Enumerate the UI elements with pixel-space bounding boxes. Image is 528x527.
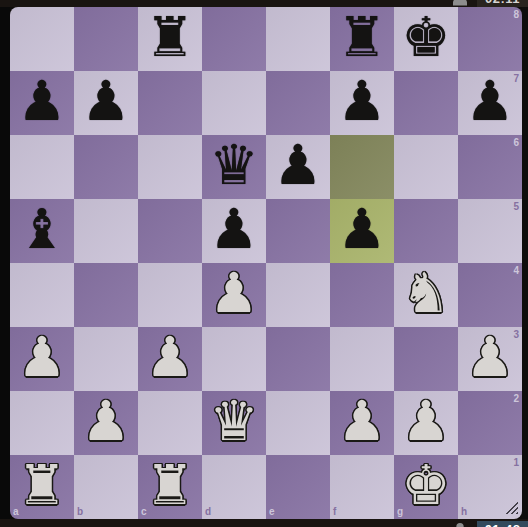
piece-black-pawn[interactable]: ♟ [209, 197, 258, 261]
square-f6[interactable] [330, 135, 394, 199]
rank-label-5: 5 [513, 202, 519, 212]
square-g2[interactable]: ♟ [394, 391, 458, 455]
piece-black-pawn[interactable]: ♟ [465, 69, 514, 133]
square-f4[interactable] [330, 263, 394, 327]
square-g1[interactable]: ♚g [394, 455, 458, 519]
rank-label-7: 7 [513, 74, 519, 84]
file-label-c: c [141, 507, 147, 517]
square-b7[interactable]: ♟ [74, 71, 138, 135]
square-c1[interactable]: ♜c [138, 455, 202, 519]
square-h2[interactable]: 2 [458, 391, 522, 455]
square-d4[interactable]: ♟ [202, 263, 266, 327]
square-a2[interactable] [10, 391, 74, 455]
piece-white-pawn[interactable]: ♟ [401, 389, 450, 453]
square-a7[interactable]: ♟ [10, 71, 74, 135]
chess-board: ♜♜♚8♟♟♟♟7♛♟6♝♟♟5♟♞4♟♟♟3♟♛♟♟2♜ab♜cdef♚g1h [10, 7, 522, 519]
piece-black-pawn[interactable]: ♟ [337, 197, 386, 261]
square-c2[interactable] [138, 391, 202, 455]
piece-black-bishop[interactable]: ♝ [17, 197, 66, 261]
square-b6[interactable] [74, 135, 138, 199]
square-g6[interactable] [394, 135, 458, 199]
square-h6[interactable]: 6 [458, 135, 522, 199]
square-a8[interactable] [10, 7, 74, 71]
square-c6[interactable] [138, 135, 202, 199]
piece-black-rook[interactable]: ♜ [337, 7, 386, 69]
rank-label-2: 2 [513, 394, 519, 404]
piece-white-pawn[interactable]: ♟ [337, 389, 386, 453]
square-c3[interactable]: ♟ [138, 327, 202, 391]
piece-white-rook[interactable]: ♜ [17, 453, 66, 517]
square-e8[interactable] [266, 7, 330, 71]
player-clock: 01:48 [477, 521, 528, 527]
square-d2[interactable]: ♛ [202, 391, 266, 455]
square-a1[interactable]: ♜a [10, 455, 74, 519]
piece-black-rook[interactable]: ♜ [145, 7, 194, 69]
square-g5[interactable] [394, 199, 458, 263]
piece-white-queen[interactable]: ♛ [209, 389, 258, 453]
square-a5[interactable]: ♝ [10, 199, 74, 263]
file-label-b: b [77, 507, 83, 517]
square-g7[interactable] [394, 71, 458, 135]
square-f3[interactable] [330, 327, 394, 391]
square-h4[interactable]: 4 [458, 263, 522, 327]
square-e4[interactable] [266, 263, 330, 327]
piece-white-rook[interactable]: ♜ [145, 453, 194, 517]
rank-label-1: 1 [513, 458, 519, 468]
square-e1[interactable]: e [266, 455, 330, 519]
square-b3[interactable] [74, 327, 138, 391]
square-d1[interactable]: d [202, 455, 266, 519]
file-label-a: a [13, 507, 19, 517]
piece-black-pawn[interactable]: ♟ [273, 133, 322, 197]
piece-white-pawn[interactable]: ♟ [145, 325, 194, 389]
square-f5[interactable]: ♟ [330, 199, 394, 263]
player-bar: 01:48 [0, 519, 528, 527]
right-background-strip [522, 7, 528, 519]
piece-white-pawn[interactable]: ♟ [17, 325, 66, 389]
square-c4[interactable] [138, 263, 202, 327]
square-a6[interactable] [10, 135, 74, 199]
rank-label-6: 6 [513, 138, 519, 148]
rank-label-8: 8 [513, 10, 519, 20]
square-f2[interactable]: ♟ [330, 391, 394, 455]
square-d5[interactable]: ♟ [202, 199, 266, 263]
square-f7[interactable]: ♟ [330, 71, 394, 135]
opponent-bar: 02:11 [0, 0, 528, 7]
piece-black-pawn[interactable]: ♟ [81, 69, 130, 133]
square-g3[interactable] [394, 327, 458, 391]
file-label-g: g [397, 507, 403, 517]
square-e3[interactable] [266, 327, 330, 391]
piece-black-king[interactable]: ♚ [401, 7, 450, 69]
piece-white-pawn[interactable]: ♟ [81, 389, 130, 453]
square-h8[interactable]: 8 [458, 7, 522, 71]
rank-label-4: 4 [513, 266, 519, 276]
square-c5[interactable] [138, 199, 202, 263]
square-b8[interactable] [74, 7, 138, 71]
square-c7[interactable] [138, 71, 202, 135]
file-label-f: f [333, 507, 336, 517]
square-e5[interactable] [266, 199, 330, 263]
square-d3[interactable] [202, 327, 266, 391]
square-h5[interactable]: 5 [458, 199, 522, 263]
piece-white-pawn[interactable]: ♟ [465, 325, 514, 389]
piece-black-pawn[interactable]: ♟ [17, 69, 66, 133]
square-a4[interactable] [10, 263, 74, 327]
square-c8[interactable]: ♜ [138, 7, 202, 71]
square-f8[interactable]: ♜ [330, 7, 394, 71]
player-icon [450, 520, 470, 527]
rank-label-3: 3 [513, 330, 519, 340]
square-e6[interactable]: ♟ [266, 135, 330, 199]
square-d7[interactable] [202, 71, 266, 135]
piece-white-pawn[interactable]: ♟ [209, 261, 258, 325]
square-g8[interactable]: ♚ [394, 7, 458, 71]
square-b1[interactable]: b [74, 455, 138, 519]
opponent-clock: 02:11 [477, 0, 528, 7]
square-h7[interactable]: ♟7 [458, 71, 522, 135]
square-h3[interactable]: ♟3 [458, 327, 522, 391]
square-b4[interactable] [74, 263, 138, 327]
square-a3[interactable]: ♟ [10, 327, 74, 391]
square-d8[interactable] [202, 7, 266, 71]
piece-black-queen[interactable]: ♛ [209, 133, 258, 197]
square-d6[interactable]: ♛ [202, 135, 266, 199]
piece-black-pawn[interactable]: ♟ [337, 69, 386, 133]
left-background-strip [0, 0, 10, 527]
square-f1[interactable]: f [330, 455, 394, 519]
square-g4[interactable]: ♞ [394, 263, 458, 327]
piece-white-king[interactable]: ♚ [401, 453, 450, 517]
file-label-d: d [205, 507, 211, 517]
piece-white-knight[interactable]: ♞ [401, 261, 450, 325]
file-label-h: h [461, 507, 467, 517]
square-e7[interactable] [266, 71, 330, 135]
square-b5[interactable] [74, 199, 138, 263]
square-e2[interactable] [266, 391, 330, 455]
file-label-e: e [269, 507, 275, 517]
square-b2[interactable]: ♟ [74, 391, 138, 455]
